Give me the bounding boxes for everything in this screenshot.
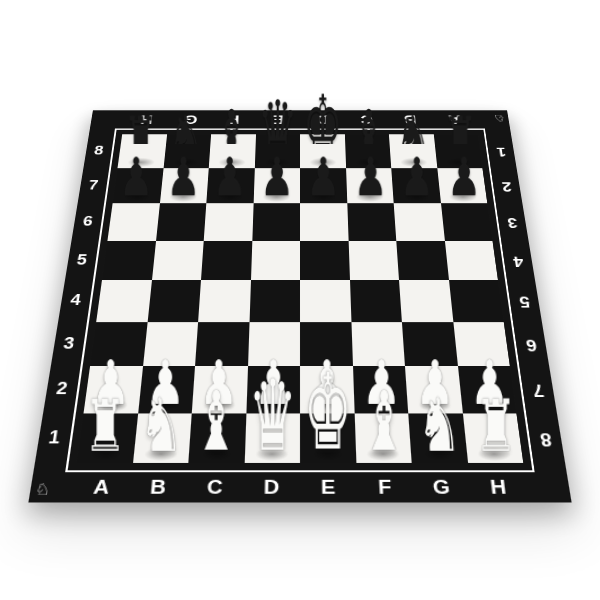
chess-board: HGFEDCBA ABCDEFGH 87654321 12345678 ♘ ♘ … (28, 110, 571, 502)
file-label-bottom-b: B (128, 472, 187, 502)
file-label-bottom-f: F (356, 472, 414, 502)
white-knight-b1: ♞ (132, 413, 191, 463)
white-knight-glyph: ♞ (138, 392, 182, 460)
file-label-top-g: G (167, 110, 212, 128)
file-label-top-c: C (344, 110, 389, 128)
file-labels-top: HGFEDCBA (123, 110, 477, 128)
rank-label-right-8: 8 (526, 413, 565, 463)
maker-logo-knight-icon: ♘ (492, 113, 505, 123)
file-label-bottom-h: H (469, 472, 529, 502)
chess-set-photo: HGFEDCBA ABCDEFGH 87654321 12345678 ♘ ♘ … (0, 0, 600, 600)
file-label-top-a: A (431, 110, 477, 128)
file-label-bottom-c: C (186, 472, 244, 502)
file-label-bottom-e: E (300, 472, 357, 502)
white-queen-glyph: ♛ (248, 370, 296, 461)
file-label-bottom-g: G (412, 472, 471, 502)
file-label-top-d: D (300, 110, 344, 128)
file-label-top-h: H (123, 110, 169, 128)
file-label-top-f: F (212, 110, 257, 128)
white-bishop-glyph: ♝ (194, 385, 238, 461)
white-rook-glyph: ♜ (474, 394, 516, 460)
white-king-e1: ♚ (300, 413, 356, 463)
white-rook-h1: ♜ (462, 413, 523, 463)
white-rook-a1: ♜ (77, 413, 138, 463)
white-knight-glyph: ♞ (417, 392, 461, 460)
file-label-top-b: B (387, 110, 432, 128)
file-labels-bottom: ABCDEFGH (71, 472, 529, 502)
white-bishop-f1: ♝ (354, 413, 412, 463)
rank-label-right-7: 7 (519, 366, 556, 413)
white-king-glyph: ♚ (304, 363, 352, 460)
pieces-layer: ♜♞♝♛♚♝♞♜♟♟♟♟♟♟♟♟♟♟♟♟♟♟♟♟♜♞♝♛♚♝♞♜ (77, 134, 524, 463)
rank-label-right-1: 1 (486, 134, 517, 168)
maker-logo-knight-icon: ♘ (34, 482, 52, 498)
white-bishop-glyph: ♝ (361, 385, 405, 461)
rank-label-left-8: 8 (83, 134, 114, 168)
white-rook-glyph: ♜ (84, 394, 126, 460)
file-label-bottom-a: A (71, 472, 131, 502)
file-label-bottom-d: D (243, 472, 300, 502)
white-bishop-c1: ♝ (188, 413, 246, 463)
white-knight-g1: ♞ (408, 413, 467, 463)
white-queen-d1: ♛ (244, 413, 300, 463)
file-label-top-e: E (256, 110, 300, 128)
